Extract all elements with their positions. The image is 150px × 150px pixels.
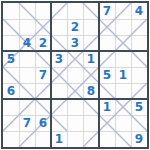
- cell-r6c4[interactable]: [51, 83, 67, 99]
- cell-r5c3[interactable]: 7: [35, 67, 51, 83]
- cell-r9c2[interactable]: [19, 131, 35, 147]
- cell-r9c6[interactable]: [83, 131, 99, 147]
- cell-r7c7[interactable]: 1: [99, 99, 115, 115]
- cell-r2c3[interactable]: [35, 19, 51, 35]
- cell-r5c1[interactable]: [3, 67, 19, 83]
- cell-r9c3[interactable]: [35, 131, 51, 147]
- cell-r6c7[interactable]: [99, 83, 115, 99]
- cell-r2c8[interactable]: [115, 19, 131, 35]
- cell-r1c3[interactable]: [35, 3, 51, 19]
- cell-r8c8[interactable]: [115, 115, 131, 131]
- cell-r9c1[interactable]: [3, 131, 19, 147]
- cell-r9c9[interactable]: 9: [131, 131, 147, 147]
- cell-r2c5[interactable]: 2: [67, 19, 83, 35]
- cell-r8c6[interactable]: [83, 115, 99, 131]
- cell-r7c2[interactable]: [19, 99, 35, 115]
- cell-r1c5[interactable]: [67, 3, 83, 19]
- sudoku-grid: 74242353175168157619: [3, 3, 147, 147]
- cell-r2c6[interactable]: [83, 19, 99, 35]
- cell-r3c2[interactable]: 4: [19, 35, 35, 51]
- cell-r2c1[interactable]: [3, 19, 19, 35]
- cell-r5c4[interactable]: [51, 67, 67, 83]
- cell-r6c3[interactable]: [35, 83, 51, 99]
- cell-r1c9[interactable]: 4: [131, 3, 147, 19]
- cell-r8c9[interactable]: [131, 115, 147, 131]
- cell-r3c7[interactable]: [99, 35, 115, 51]
- cell-r6c1[interactable]: 6: [3, 83, 19, 99]
- cell-r4c2[interactable]: [19, 51, 35, 67]
- cell-r7c1[interactable]: [3, 99, 19, 115]
- cell-r2c4[interactable]: [51, 19, 67, 35]
- cell-r6c5[interactable]: [67, 83, 83, 99]
- cell-r3c5[interactable]: 3: [67, 35, 83, 51]
- cell-r8c3[interactable]: 6: [35, 115, 51, 131]
- sudoku-board: 74242353175168157619: [1, 1, 149, 149]
- cell-r9c8[interactable]: [115, 131, 131, 147]
- cell-r4c8[interactable]: [115, 51, 131, 67]
- cell-r7c6[interactable]: [83, 99, 99, 115]
- cell-r7c8[interactable]: [115, 99, 131, 115]
- cell-r3c6[interactable]: [83, 35, 99, 51]
- cell-r3c3[interactable]: 2: [35, 35, 51, 51]
- cell-r8c7[interactable]: [99, 115, 115, 131]
- cell-r8c5[interactable]: [67, 115, 83, 131]
- cell-r7c9[interactable]: 5: [131, 99, 147, 115]
- cell-r5c2[interactable]: [19, 67, 35, 83]
- cell-r5c5[interactable]: [67, 67, 83, 83]
- cell-r6c9[interactable]: [131, 83, 147, 99]
- cell-r9c7[interactable]: [99, 131, 115, 147]
- cell-r8c2[interactable]: 7: [19, 115, 35, 131]
- cell-r4c1[interactable]: 5: [3, 51, 19, 67]
- cell-r4c6[interactable]: 1: [83, 51, 99, 67]
- cell-r4c3[interactable]: [35, 51, 51, 67]
- cell-r9c4[interactable]: 1: [51, 131, 67, 147]
- cell-r1c7[interactable]: 7: [99, 3, 115, 19]
- cell-r5c8[interactable]: 1: [115, 67, 131, 83]
- cell-r4c9[interactable]: [131, 51, 147, 67]
- cell-r7c5[interactable]: [67, 99, 83, 115]
- cell-r2c9[interactable]: [131, 19, 147, 35]
- cell-r4c4[interactable]: 3: [51, 51, 67, 67]
- cell-r3c4[interactable]: [51, 35, 67, 51]
- cell-r5c6[interactable]: [83, 67, 99, 83]
- cell-r1c6[interactable]: [83, 3, 99, 19]
- cell-r7c4[interactable]: [51, 99, 67, 115]
- cell-r2c2[interactable]: [19, 19, 35, 35]
- cell-r8c1[interactable]: [3, 115, 19, 131]
- app-window: 74242353175168157619: [0, 0, 150, 150]
- cell-r7c3[interactable]: [35, 99, 51, 115]
- cell-r5c9[interactable]: [131, 67, 147, 83]
- cell-r3c9[interactable]: [131, 35, 147, 51]
- cell-r4c7[interactable]: [99, 51, 115, 67]
- cell-r4c5[interactable]: [67, 51, 83, 67]
- cell-r1c8[interactable]: [115, 3, 131, 19]
- cell-r1c2[interactable]: [19, 3, 35, 19]
- cell-r9c5[interactable]: [67, 131, 83, 147]
- cell-r1c1[interactable]: [3, 3, 19, 19]
- cell-r6c2[interactable]: [19, 83, 35, 99]
- cell-r2c7[interactable]: [99, 19, 115, 35]
- cell-r6c8[interactable]: [115, 83, 131, 99]
- cell-r3c1[interactable]: [3, 35, 19, 51]
- cell-r3c8[interactable]: [115, 35, 131, 51]
- cell-r1c4[interactable]: [51, 3, 67, 19]
- cell-r5c7[interactable]: 5: [99, 67, 115, 83]
- cell-r8c4[interactable]: [51, 115, 67, 131]
- cell-r6c6[interactable]: 8: [83, 83, 99, 99]
